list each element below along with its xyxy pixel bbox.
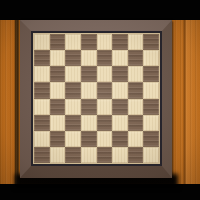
square-a3[interactable] [34,115,50,131]
square-d4[interactable] [81,99,97,115]
square-g5[interactable] [128,82,144,98]
square-b1[interactable] [50,147,66,163]
square-e3[interactable] [97,115,113,131]
square-e1[interactable] [97,147,113,163]
square-d2[interactable] [81,131,97,147]
square-c3[interactable] [65,115,81,131]
square-g4[interactable] [128,99,144,115]
square-a4[interactable] [34,99,50,115]
square-a1[interactable] [34,147,50,163]
square-h8[interactable] [143,34,159,50]
square-b5[interactable] [50,82,66,98]
square-c8[interactable] [65,34,81,50]
square-b8[interactable] [50,34,66,50]
square-a7[interactable] [34,50,50,66]
square-e5[interactable] [97,82,113,98]
square-a8[interactable] [34,34,50,50]
square-c2[interactable] [65,131,81,147]
square-a5[interactable] [34,82,50,98]
square-d3[interactable] [81,115,97,131]
chessboard[interactable] [20,20,172,178]
square-d5[interactable] [81,82,97,98]
square-e7[interactable] [97,50,113,66]
square-b6[interactable] [50,66,66,82]
square-g1[interactable] [128,147,144,163]
square-f2[interactable] [112,131,128,147]
square-b4[interactable] [50,99,66,115]
square-d7[interactable] [81,50,97,66]
square-h2[interactable] [143,131,159,147]
board-inlay-border [31,31,162,166]
square-h4[interactable] [143,99,159,115]
square-f6[interactable] [112,66,128,82]
square-d6[interactable] [81,66,97,82]
square-g7[interactable] [128,50,144,66]
square-d8[interactable] [81,34,97,50]
square-b7[interactable] [50,50,66,66]
square-h5[interactable] [143,82,159,98]
square-c7[interactable] [65,50,81,66]
square-c4[interactable] [65,99,81,115]
square-e4[interactable] [97,99,113,115]
square-b2[interactable] [50,131,66,147]
board-grid [34,34,159,163]
square-g3[interactable] [128,115,144,131]
square-f1[interactable] [112,147,128,163]
square-c5[interactable] [65,82,81,98]
square-e2[interactable] [97,131,113,147]
square-h3[interactable] [143,115,159,131]
square-h1[interactable] [143,147,159,163]
square-f5[interactable] [112,82,128,98]
square-c1[interactable] [65,147,81,163]
square-f4[interactable] [112,99,128,115]
square-f7[interactable] [112,50,128,66]
square-h7[interactable] [143,50,159,66]
square-e6[interactable] [97,66,113,82]
square-e8[interactable] [97,34,113,50]
photo-scene [0,0,200,200]
square-a6[interactable] [34,66,50,82]
square-b3[interactable] [50,115,66,131]
square-g6[interactable] [128,66,144,82]
square-g8[interactable] [128,34,144,50]
square-g2[interactable] [128,131,144,147]
square-d1[interactable] [81,147,97,163]
square-c6[interactable] [65,66,81,82]
square-f3[interactable] [112,115,128,131]
square-f8[interactable] [112,34,128,50]
square-a2[interactable] [34,131,50,147]
square-h6[interactable] [143,66,159,82]
